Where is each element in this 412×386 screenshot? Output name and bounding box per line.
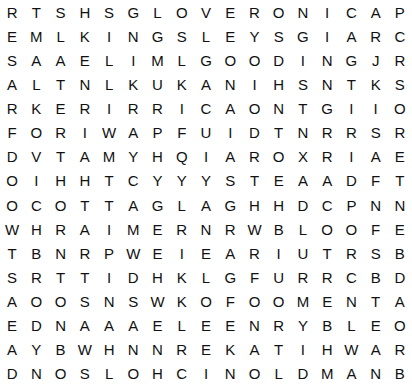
grid-cell[interactable]: M bbox=[291, 290, 315, 314]
grid-cell[interactable]: N bbox=[291, 0, 315, 24]
grid-cell[interactable]: O bbox=[218, 48, 242, 72]
grid-cell[interactable]: R bbox=[339, 121, 363, 145]
grid-cell[interactable]: O bbox=[24, 121, 48, 145]
grid-cell[interactable]: O bbox=[170, 0, 194, 24]
grid-cell[interactable]: S bbox=[48, 0, 72, 24]
grid-cell[interactable]: S bbox=[0, 48, 24, 72]
grid-cell[interactable]: G bbox=[339, 48, 363, 72]
grid-cell[interactable]: F bbox=[170, 121, 194, 145]
grid-cell[interactable]: C bbox=[24, 193, 48, 217]
grid-cell[interactable]: A bbox=[388, 290, 412, 314]
grid-cell[interactable]: N bbox=[388, 193, 412, 217]
grid-cell[interactable]: R bbox=[242, 241, 266, 265]
grid-cell[interactable]: I bbox=[24, 169, 48, 193]
grid-cell[interactable]: D bbox=[339, 169, 363, 193]
grid-cell[interactable]: A bbox=[194, 193, 218, 217]
grid-cell[interactable]: I bbox=[170, 97, 194, 121]
grid-cell[interactable]: W bbox=[97, 121, 121, 145]
word-search-grid: RTSHSGLOVERONICAPEMLKINGSLEYSGIARCSAAELI… bbox=[0, 0, 412, 386]
grid-cell[interactable]: S bbox=[388, 72, 412, 96]
grid-cell[interactable]: I bbox=[242, 72, 266, 96]
grid-cell[interactable]: O bbox=[24, 290, 48, 314]
grid-cell[interactable]: N bbox=[364, 193, 388, 217]
grid-cell[interactable]: E bbox=[315, 290, 339, 314]
grid-cell[interactable]: P bbox=[339, 193, 363, 217]
grid-cell[interactable]: R bbox=[73, 241, 97, 265]
grid-cell[interactable]: R bbox=[267, 314, 291, 338]
grid-cell[interactable]: S bbox=[291, 72, 315, 96]
grid-cell[interactable]: Y bbox=[170, 169, 194, 193]
grid-cell[interactable]: R bbox=[242, 0, 266, 24]
grid-cell[interactable]: I bbox=[339, 145, 363, 169]
grid-cell[interactable]: A bbox=[121, 193, 145, 217]
grid-cell[interactable]: R bbox=[170, 217, 194, 241]
grid-cell[interactable]: O bbox=[267, 145, 291, 169]
grid-cell[interactable]: L bbox=[170, 193, 194, 217]
grid-cell[interactable]: P bbox=[97, 241, 121, 265]
grid-cell[interactable]: I bbox=[97, 265, 121, 289]
grid-cell[interactable]: O bbox=[121, 362, 145, 386]
grid-cell[interactable]: E bbox=[218, 24, 242, 48]
grid-cell[interactable]: A bbox=[121, 314, 145, 338]
grid-cell[interactable]: V bbox=[24, 145, 48, 169]
grid-cell[interactable]: M bbox=[24, 24, 48, 48]
grid-cell[interactable]: U bbox=[194, 121, 218, 145]
grid-cell[interactable]: J bbox=[364, 48, 388, 72]
grid-cell[interactable]: V bbox=[194, 0, 218, 24]
grid-cell[interactable]: T bbox=[364, 290, 388, 314]
grid-cell[interactable]: L bbox=[24, 72, 48, 96]
grid-cell[interactable]: S bbox=[218, 169, 242, 193]
grid-cell[interactable]: S bbox=[0, 265, 24, 289]
grid-cell[interactable]: T bbox=[97, 193, 121, 217]
grid-cell[interactable]: N bbox=[145, 338, 169, 362]
grid-cell[interactable]: O bbox=[315, 217, 339, 241]
grid-cell[interactable]: Y bbox=[194, 169, 218, 193]
grid-cell[interactable]: A bbox=[218, 145, 242, 169]
grid-cell[interactable]: T bbox=[48, 265, 72, 289]
grid-cell[interactable]: A bbox=[218, 97, 242, 121]
grid-cell[interactable]: T bbox=[339, 72, 363, 96]
grid-cell[interactable]: O bbox=[242, 48, 266, 72]
grid-cell[interactable]: S bbox=[97, 0, 121, 24]
grid-cell[interactable]: I bbox=[364, 97, 388, 121]
grid-cell[interactable]: T bbox=[267, 338, 291, 362]
grid-cell[interactable]: E bbox=[0, 314, 24, 338]
grid-cell[interactable]: D bbox=[267, 48, 291, 72]
grid-cell[interactable]: T bbox=[0, 241, 24, 265]
word-search-board: RTSHSGLOVERONICAPEMLKINGSLEYSGIARCSAAELI… bbox=[0, 0, 412, 386]
grid-cell[interactable]: S bbox=[73, 290, 97, 314]
grid-cell[interactable]: M bbox=[315, 362, 339, 386]
grid-cell[interactable]: N bbox=[48, 314, 72, 338]
grid-cell[interactable]: A bbox=[315, 169, 339, 193]
grid-cell[interactable]: E bbox=[145, 217, 169, 241]
grid-cell[interactable]: W bbox=[339, 338, 363, 362]
grid-cell[interactable]: L bbox=[291, 217, 315, 241]
grid-cell[interactable]: E bbox=[145, 241, 169, 265]
grid-cell[interactable]: W bbox=[73, 338, 97, 362]
grid-cell[interactable]: R bbox=[339, 241, 363, 265]
grid-cell[interactable]: T bbox=[24, 0, 48, 24]
grid-cell[interactable]: W bbox=[242, 217, 266, 241]
grid-cell[interactable]: I bbox=[315, 24, 339, 48]
grid-cell[interactable]: R bbox=[145, 97, 169, 121]
grid-cell[interactable]: O bbox=[388, 314, 412, 338]
grid-cell[interactable]: T bbox=[73, 193, 97, 217]
grid-cell[interactable]: T bbox=[291, 97, 315, 121]
grid-cell[interactable]: B bbox=[24, 241, 48, 265]
grid-cell[interactable]: A bbox=[73, 217, 97, 241]
grid-cell[interactable]: O bbox=[48, 193, 72, 217]
grid-cell[interactable]: Q bbox=[170, 145, 194, 169]
grid-cell[interactable]: T bbox=[315, 241, 339, 265]
grid-cell[interactable]: S bbox=[121, 290, 145, 314]
grid-cell[interactable]: E bbox=[48, 97, 72, 121]
grid-cell[interactable]: X bbox=[291, 145, 315, 169]
grid-cell[interactable]: Y bbox=[291, 314, 315, 338]
grid-cell[interactable]: E bbox=[218, 0, 242, 24]
grid-cell[interactable]: U bbox=[291, 241, 315, 265]
grid-cell[interactable]: E bbox=[267, 169, 291, 193]
grid-cell[interactable]: N bbox=[48, 241, 72, 265]
grid-cell[interactable]: G bbox=[145, 24, 169, 48]
grid-cell[interactable]: A bbox=[291, 169, 315, 193]
grid-cell[interactable]: M bbox=[145, 48, 169, 72]
grid-cell[interactable]: S bbox=[170, 24, 194, 48]
grid-cell[interactable]: L bbox=[194, 24, 218, 48]
grid-cell[interactable]: L bbox=[194, 265, 218, 289]
grid-cell[interactable]: L bbox=[97, 48, 121, 72]
grid-cell[interactable]: I bbox=[315, 0, 339, 24]
grid-cell[interactable]: O bbox=[339, 217, 363, 241]
grid-cell[interactable]: L bbox=[97, 72, 121, 96]
grid-cell[interactable]: R bbox=[388, 48, 412, 72]
grid-cell[interactable]: A bbox=[242, 338, 266, 362]
grid-cell[interactable]: R bbox=[48, 217, 72, 241]
grid-cell[interactable]: I bbox=[194, 362, 218, 386]
grid-cell[interactable]: D bbox=[121, 265, 145, 289]
grid-cell[interactable]: C bbox=[170, 362, 194, 386]
grid-cell[interactable]: O bbox=[0, 169, 24, 193]
grid-cell[interactable]: I bbox=[97, 97, 121, 121]
grid-cell[interactable]: L bbox=[145, 0, 169, 24]
grid-cell[interactable]: S bbox=[73, 362, 97, 386]
grid-cell[interactable]: H bbox=[145, 145, 169, 169]
grid-cell[interactable]: I bbox=[291, 338, 315, 362]
grid-cell[interactable]: E bbox=[388, 217, 412, 241]
grid-cell[interactable]: R bbox=[73, 97, 97, 121]
grid-cell[interactable]: A bbox=[48, 48, 72, 72]
grid-cell[interactable]: I bbox=[218, 121, 242, 145]
grid-cell[interactable]: L bbox=[170, 314, 194, 338]
grid-cell[interactable]: D bbox=[291, 362, 315, 386]
grid-cell[interactable]: A bbox=[194, 72, 218, 96]
grid-cell[interactable]: F bbox=[218, 290, 242, 314]
grid-cell[interactable]: N bbox=[218, 362, 242, 386]
grid-cell[interactable]: G bbox=[218, 265, 242, 289]
grid-cell[interactable]: R bbox=[315, 265, 339, 289]
grid-cell[interactable]: E bbox=[194, 241, 218, 265]
grid-cell[interactable]: G bbox=[121, 0, 145, 24]
grid-cell[interactable]: O bbox=[267, 290, 291, 314]
grid-cell[interactable]: T bbox=[267, 121, 291, 145]
grid-cell[interactable]: I bbox=[97, 24, 121, 48]
grid-cell[interactable]: W bbox=[0, 217, 24, 241]
grid-cell[interactable]: A bbox=[121, 121, 145, 145]
grid-cell[interactable]: B bbox=[267, 217, 291, 241]
grid-cell[interactable]: H bbox=[48, 169, 72, 193]
grid-cell[interactable]: H bbox=[97, 338, 121, 362]
grid-cell[interactable]: H bbox=[24, 217, 48, 241]
grid-cell[interactable]: N bbox=[242, 314, 266, 338]
grid-cell[interactable]: N bbox=[315, 72, 339, 96]
grid-cell[interactable]: U bbox=[267, 265, 291, 289]
grid-cell[interactable]: K bbox=[170, 72, 194, 96]
grid-cell[interactable]: N bbox=[24, 362, 48, 386]
grid-cell[interactable]: A bbox=[73, 145, 97, 169]
grid-cell[interactable]: K bbox=[218, 338, 242, 362]
grid-cell[interactable]: L bbox=[48, 24, 72, 48]
grid-cell[interactable]: N bbox=[315, 48, 339, 72]
grid-cell[interactable]: B bbox=[388, 241, 412, 265]
grid-cell[interactable]: C bbox=[339, 0, 363, 24]
grid-cell[interactable]: N bbox=[121, 24, 145, 48]
grid-cell[interactable]: F bbox=[364, 217, 388, 241]
grid-cell[interactable]: Y bbox=[24, 338, 48, 362]
grid-cell[interactable]: A bbox=[73, 314, 97, 338]
grid-cell[interactable]: A bbox=[24, 48, 48, 72]
grid-cell[interactable]: R bbox=[315, 121, 339, 145]
grid-cell[interactable]: H bbox=[73, 0, 97, 24]
grid-cell[interactable]: T bbox=[48, 145, 72, 169]
grid-cell[interactable]: E bbox=[145, 314, 169, 338]
grid-cell[interactable]: C bbox=[194, 97, 218, 121]
grid-cell[interactable]: L bbox=[339, 314, 363, 338]
grid-cell[interactable]: D bbox=[242, 121, 266, 145]
grid-cell[interactable]: N bbox=[73, 72, 97, 96]
grid-cell[interactable]: A bbox=[339, 362, 363, 386]
grid-cell[interactable]: N bbox=[121, 338, 145, 362]
grid-cell[interactable]: K bbox=[121, 72, 145, 96]
grid-cell[interactable]: O bbox=[242, 290, 266, 314]
grid-cell[interactable]: F bbox=[364, 169, 388, 193]
grid-cell[interactable]: H bbox=[73, 169, 97, 193]
grid-cell[interactable]: N bbox=[339, 290, 363, 314]
grid-cell[interactable]: B bbox=[315, 314, 339, 338]
grid-cell[interactable]: H bbox=[145, 265, 169, 289]
grid-cell[interactable]: A bbox=[218, 241, 242, 265]
grid-cell[interactable]: D bbox=[0, 362, 24, 386]
grid-cell[interactable]: N bbox=[267, 97, 291, 121]
grid-cell[interactable]: I bbox=[339, 97, 363, 121]
grid-cell[interactable]: E bbox=[194, 314, 218, 338]
grid-cell[interactable]: R bbox=[315, 145, 339, 169]
grid-cell[interactable]: A bbox=[97, 314, 121, 338]
grid-cell[interactable]: A bbox=[0, 290, 24, 314]
grid-cell[interactable]: K bbox=[73, 24, 97, 48]
grid-cell[interactable]: R bbox=[0, 0, 24, 24]
grid-cell[interactable]: N bbox=[291, 121, 315, 145]
grid-cell[interactable]: O bbox=[0, 193, 24, 217]
grid-cell[interactable]: R bbox=[121, 97, 145, 121]
grid-cell[interactable]: W bbox=[145, 290, 169, 314]
grid-cell[interactable]: K bbox=[364, 72, 388, 96]
grid-cell[interactable]: I bbox=[194, 145, 218, 169]
grid-cell[interactable]: Y bbox=[121, 145, 145, 169]
grid-cell[interactable]: R bbox=[242, 145, 266, 169]
grid-cell[interactable]: H bbox=[267, 193, 291, 217]
grid-cell[interactable]: I bbox=[97, 217, 121, 241]
grid-cell[interactable]: E bbox=[388, 145, 412, 169]
grid-cell[interactable]: D bbox=[388, 265, 412, 289]
grid-cell[interactable]: O bbox=[388, 97, 412, 121]
grid-cell[interactable]: T bbox=[242, 169, 266, 193]
grid-cell[interactable]: M bbox=[97, 145, 121, 169]
grid-cell[interactable]: L bbox=[267, 362, 291, 386]
grid-cell[interactable]: A bbox=[364, 145, 388, 169]
grid-cell[interactable]: N bbox=[364, 362, 388, 386]
grid-cell[interactable]: O bbox=[267, 0, 291, 24]
grid-cell[interactable]: L bbox=[97, 362, 121, 386]
grid-cell[interactable]: K bbox=[24, 97, 48, 121]
grid-cell[interactable]: R bbox=[0, 97, 24, 121]
grid-cell[interactable]: N bbox=[218, 72, 242, 96]
grid-cell[interactable]: R bbox=[218, 217, 242, 241]
grid-cell[interactable]: P bbox=[145, 121, 169, 145]
grid-cell[interactable]: K bbox=[170, 290, 194, 314]
grid-cell[interactable]: O bbox=[48, 290, 72, 314]
grid-cell[interactable]: C bbox=[339, 265, 363, 289]
grid-cell[interactable]: W bbox=[121, 241, 145, 265]
grid-cell[interactable]: A bbox=[0, 72, 24, 96]
grid-cell[interactable]: O bbox=[48, 362, 72, 386]
grid-cell[interactable]: I bbox=[121, 48, 145, 72]
grid-cell[interactable]: E bbox=[364, 314, 388, 338]
grid-cell[interactable]: T bbox=[388, 169, 412, 193]
grid-cell[interactable]: O bbox=[194, 290, 218, 314]
grid-cell[interactable]: R bbox=[291, 265, 315, 289]
grid-cell[interactable]: S bbox=[364, 241, 388, 265]
grid-cell[interactable]: G bbox=[194, 48, 218, 72]
grid-cell[interactable]: G bbox=[291, 24, 315, 48]
grid-cell[interactable]: O bbox=[242, 97, 266, 121]
grid-cell[interactable]: H bbox=[242, 193, 266, 217]
grid-cell[interactable]: D bbox=[291, 193, 315, 217]
grid-cell[interactable]: O bbox=[242, 362, 266, 386]
grid-cell[interactable]: B bbox=[364, 265, 388, 289]
grid-cell[interactable]: A bbox=[364, 0, 388, 24]
grid-cell[interactable]: H bbox=[315, 338, 339, 362]
grid-cell[interactable]: A bbox=[0, 338, 24, 362]
grid-cell[interactable]: C bbox=[315, 193, 339, 217]
grid-cell[interactable]: T bbox=[97, 169, 121, 193]
grid-cell[interactable]: R bbox=[48, 121, 72, 145]
grid-cell[interactable]: R bbox=[364, 24, 388, 48]
grid-cell[interactable]: A bbox=[339, 24, 363, 48]
grid-cell[interactable]: E bbox=[0, 24, 24, 48]
grid-cell[interactable]: L bbox=[170, 48, 194, 72]
grid-cell[interactable]: U bbox=[145, 72, 169, 96]
grid-cell[interactable]: F bbox=[242, 265, 266, 289]
grid-cell[interactable]: F bbox=[0, 121, 24, 145]
grid-cell[interactable]: R bbox=[24, 265, 48, 289]
grid-cell[interactable]: G bbox=[315, 97, 339, 121]
grid-cell[interactable]: T bbox=[73, 265, 97, 289]
grid-cell[interactable]: N bbox=[194, 217, 218, 241]
grid-cell[interactable]: C bbox=[121, 169, 145, 193]
grid-cell[interactable]: G bbox=[218, 193, 242, 217]
grid-cell[interactable]: R bbox=[388, 121, 412, 145]
grid-cell[interactable]: S bbox=[267, 24, 291, 48]
grid-cell[interactable]: C bbox=[388, 24, 412, 48]
grid-cell[interactable]: I bbox=[267, 241, 291, 265]
grid-cell[interactable]: G bbox=[145, 193, 169, 217]
grid-cell[interactable]: E bbox=[194, 338, 218, 362]
grid-cell[interactable]: K bbox=[170, 265, 194, 289]
grid-cell[interactable]: M bbox=[121, 217, 145, 241]
grid-cell[interactable]: D bbox=[24, 314, 48, 338]
grid-cell[interactable]: I bbox=[73, 121, 97, 145]
grid-cell[interactable]: B bbox=[48, 338, 72, 362]
grid-cell[interactable]: N bbox=[97, 290, 121, 314]
grid-cell[interactable]: Y bbox=[145, 169, 169, 193]
grid-cell[interactable]: D bbox=[0, 145, 24, 169]
grid-cell[interactable]: A bbox=[364, 338, 388, 362]
grid-cell[interactable]: H bbox=[267, 72, 291, 96]
grid-cell[interactable]: R bbox=[170, 338, 194, 362]
grid-cell[interactable]: I bbox=[170, 241, 194, 265]
grid-cell[interactable]: B bbox=[388, 362, 412, 386]
grid-cell[interactable]: P bbox=[388, 0, 412, 24]
grid-cell[interactable]: H bbox=[145, 362, 169, 386]
grid-cell[interactable]: T bbox=[48, 72, 72, 96]
grid-cell[interactable]: Y bbox=[242, 24, 266, 48]
grid-cell[interactable]: E bbox=[218, 314, 242, 338]
grid-cell[interactable]: E bbox=[73, 48, 97, 72]
grid-cell[interactable]: I bbox=[291, 48, 315, 72]
grid-cell[interactable]: S bbox=[364, 121, 388, 145]
grid-cell[interactable]: R bbox=[388, 338, 412, 362]
